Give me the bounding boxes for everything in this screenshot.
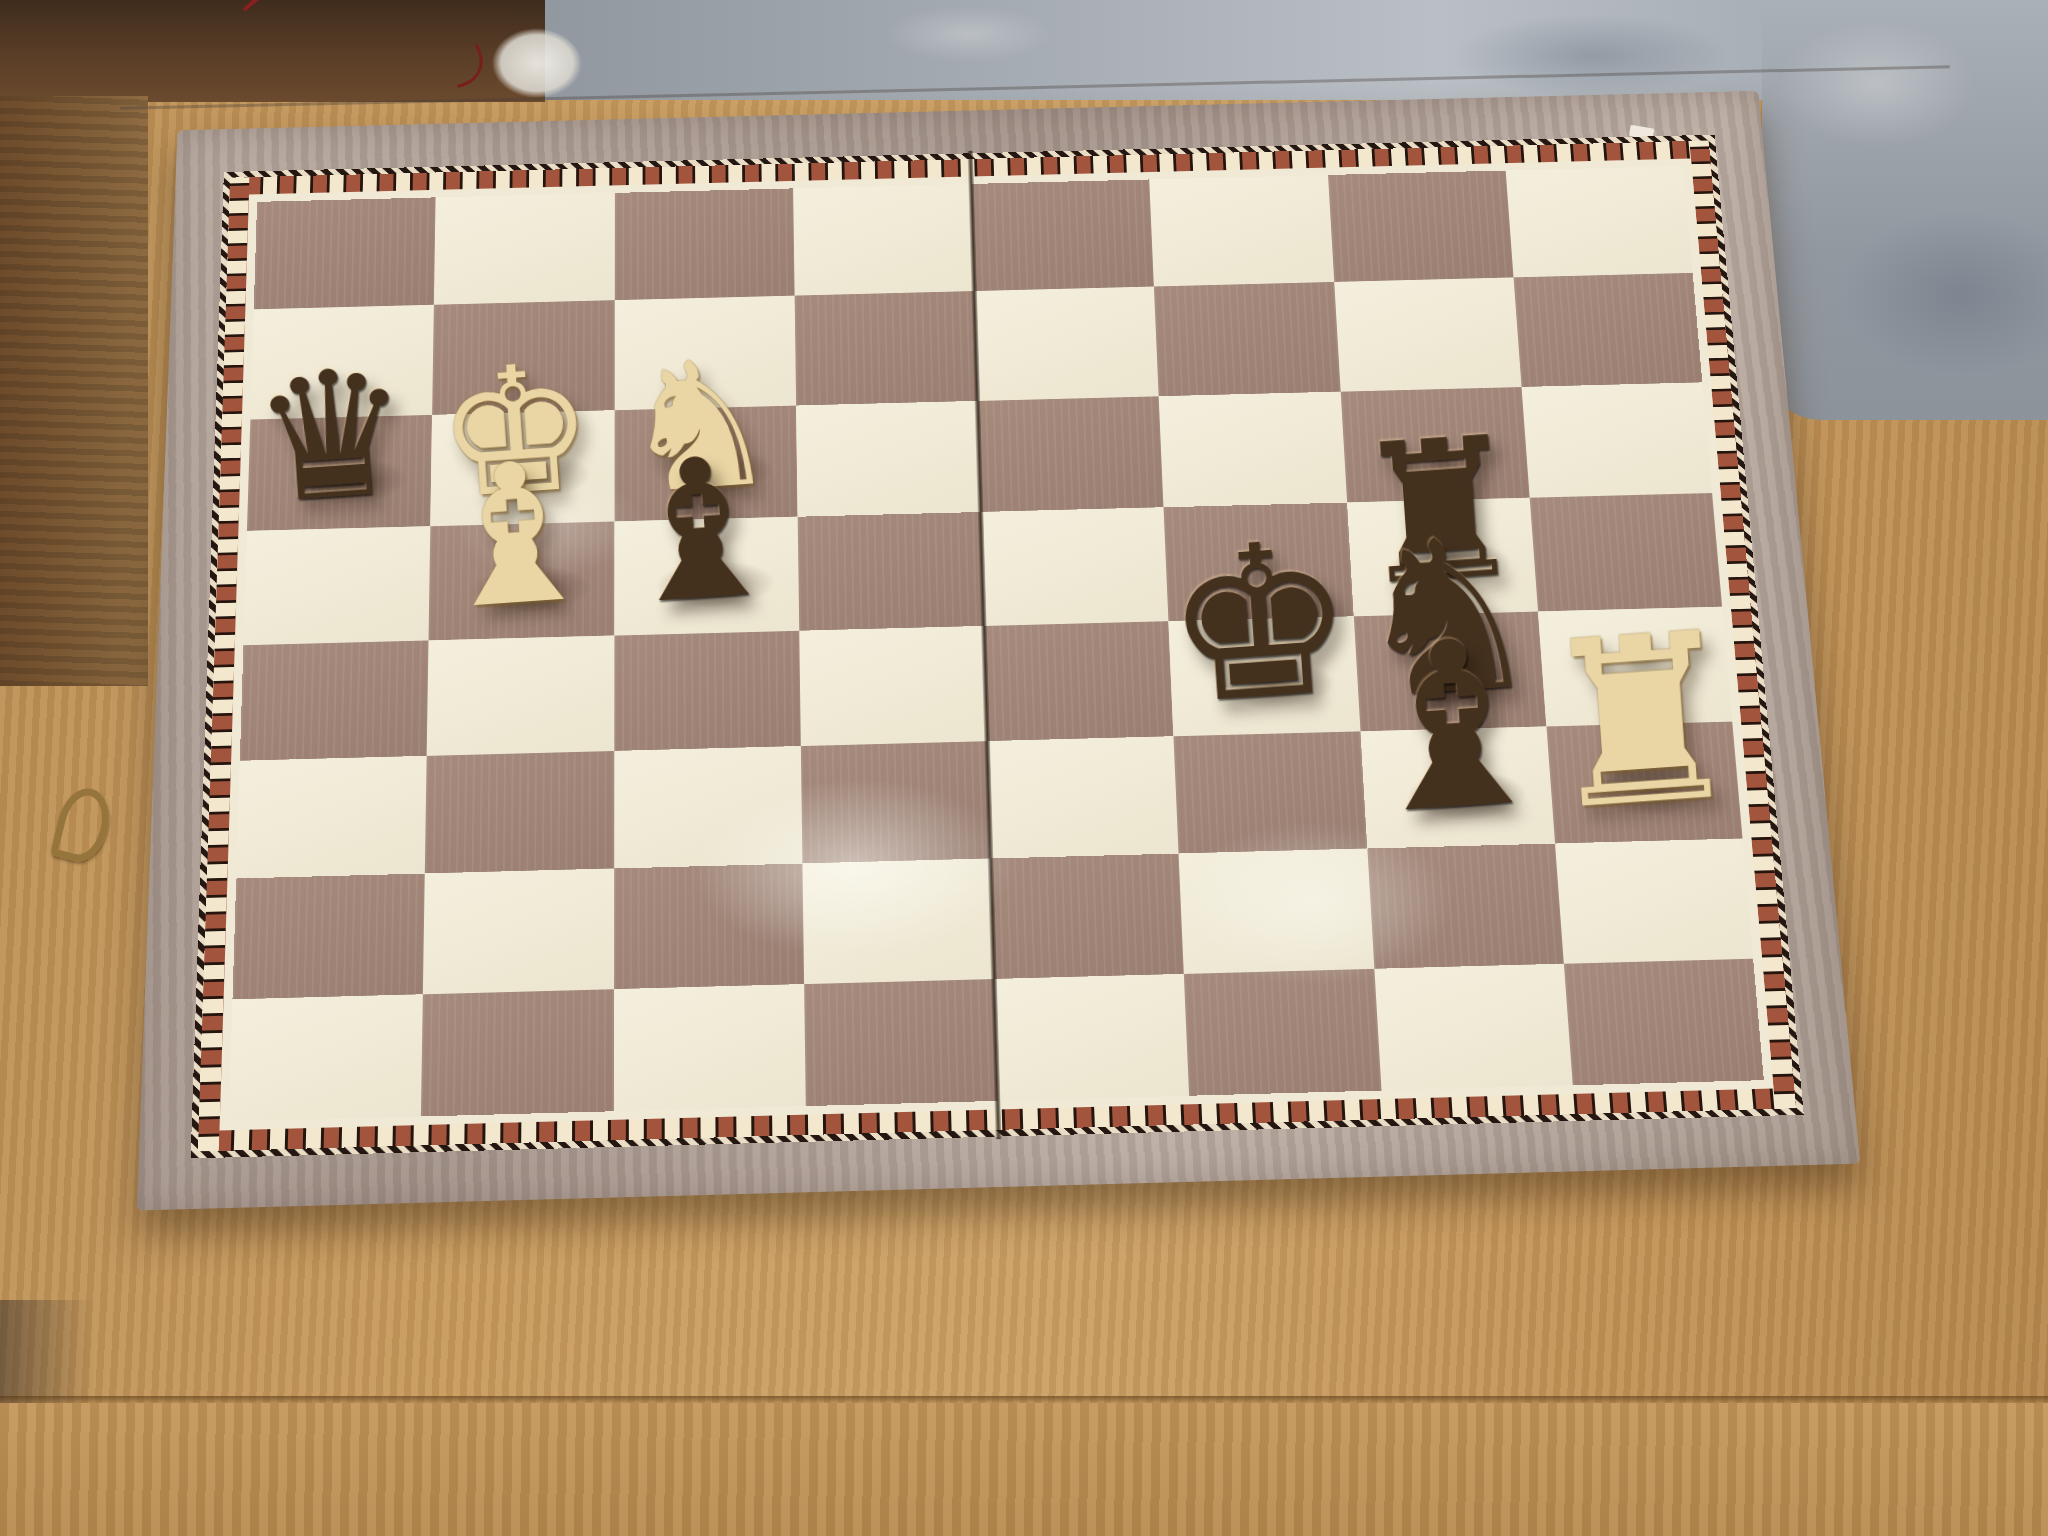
square-a5[interactable]	[243, 526, 430, 645]
square-b4[interactable]	[427, 635, 614, 756]
brass-clasp-icon[interactable]	[50, 783, 116, 867]
square-d8[interactable]	[793, 184, 974, 296]
square-b3[interactable]	[425, 751, 614, 874]
square-c2[interactable]	[614, 864, 804, 989]
square-c3[interactable]	[614, 746, 803, 869]
dark-bishop-c5[interactable]: ♝	[606, 429, 792, 633]
square-g8[interactable]	[1328, 171, 1514, 283]
dark-queen-a6[interactable]: ♛	[247, 343, 416, 528]
square-a4[interactable]	[240, 640, 429, 761]
square-g3[interactable]: ♝	[1360, 726, 1555, 848]
square-d7[interactable]	[794, 291, 977, 405]
square-d6[interactable]	[796, 401, 981, 517]
square-e6[interactable]	[977, 396, 1163, 512]
square-c8[interactable]	[614, 188, 794, 300]
square-b5[interactable]: ♝	[429, 522, 614, 640]
square-h8[interactable]	[1505, 166, 1692, 278]
square-e1[interactable]	[994, 974, 1189, 1101]
square-d2[interactable]	[802, 859, 994, 984]
dark-bishop-g3[interactable]: ♝	[1343, 605, 1564, 848]
photo-of-chess-board: { "game": "chess", "scene": "overhead ph…	[0, 0, 2048, 1536]
chess-board: ♛♚♞♝♝♜♚♞♝♜	[137, 91, 1860, 1211]
square-c1[interactable]	[613, 984, 805, 1112]
light-bishop-b5[interactable]: ♝	[421, 434, 607, 638]
square-b2[interactable]	[423, 869, 614, 994]
square-h6[interactable]	[1521, 382, 1712, 498]
square-f6[interactable]	[1159, 391, 1347, 507]
grey-rug-right	[1762, 0, 2048, 420]
square-e3[interactable]	[987, 736, 1179, 859]
square-a1[interactable]	[229, 994, 423, 1122]
square-h1[interactable]	[1564, 958, 1764, 1085]
square-d4[interactable]	[799, 626, 987, 746]
square-e7[interactable]	[974, 287, 1159, 401]
square-f2[interactable]	[1179, 849, 1374, 974]
square-f1[interactable]	[1184, 969, 1381, 1096]
square-e4[interactable]	[984, 621, 1174, 741]
square-h7[interactable]	[1513, 273, 1702, 387]
dark-king-f4[interactable]: ♚	[1158, 511, 1361, 734]
checkered-inlay-ribbon: ♛♚♞♝♝♜♚♞♝♜	[198, 141, 1796, 1152]
square-f8[interactable]	[1149, 175, 1333, 287]
board-wooden-frame: ♛♚♞♝♝♜♚♞♝♜	[137, 91, 1860, 1211]
square-c4[interactable]	[614, 630, 801, 751]
square-b1[interactable]	[421, 989, 613, 1117]
square-e5[interactable]	[981, 507, 1169, 625]
square-d5[interactable]	[797, 512, 983, 630]
square-c5[interactable]: ♝	[614, 517, 799, 635]
square-a2[interactable]	[232, 874, 425, 999]
square-f4[interactable]: ♚	[1169, 616, 1360, 736]
table-front-edge	[0, 1396, 2048, 1403]
square-d3[interactable]	[801, 741, 991, 864]
square-f3[interactable]	[1174, 731, 1367, 853]
square-a6[interactable]: ♛	[247, 415, 432, 531]
square-g7[interactable]	[1334, 278, 1522, 392]
square-g1[interactable]	[1374, 963, 1573, 1090]
square-d1[interactable]	[804, 979, 998, 1106]
square-e8[interactable]	[971, 179, 1154, 291]
board-inner-margin: ♛♚♞♝♝♜♚♞♝♜	[219, 158, 1773, 1130]
light-rook-h3[interactable]: ♜	[1531, 600, 1752, 843]
square-b8[interactable]	[434, 193, 614, 305]
rope-inlay-border: ♛♚♞♝♝♜♚♞♝♜	[191, 135, 1804, 1159]
square-a3[interactable]	[236, 756, 427, 879]
square-f7[interactable]	[1154, 282, 1340, 396]
cabinet-side-panel	[0, 96, 148, 686]
square-a8[interactable]	[254, 197, 436, 309]
table-front-band	[0, 1403, 2048, 1536]
square-h3[interactable]: ♜	[1546, 721, 1742, 843]
square-e2[interactable]	[991, 854, 1184, 979]
